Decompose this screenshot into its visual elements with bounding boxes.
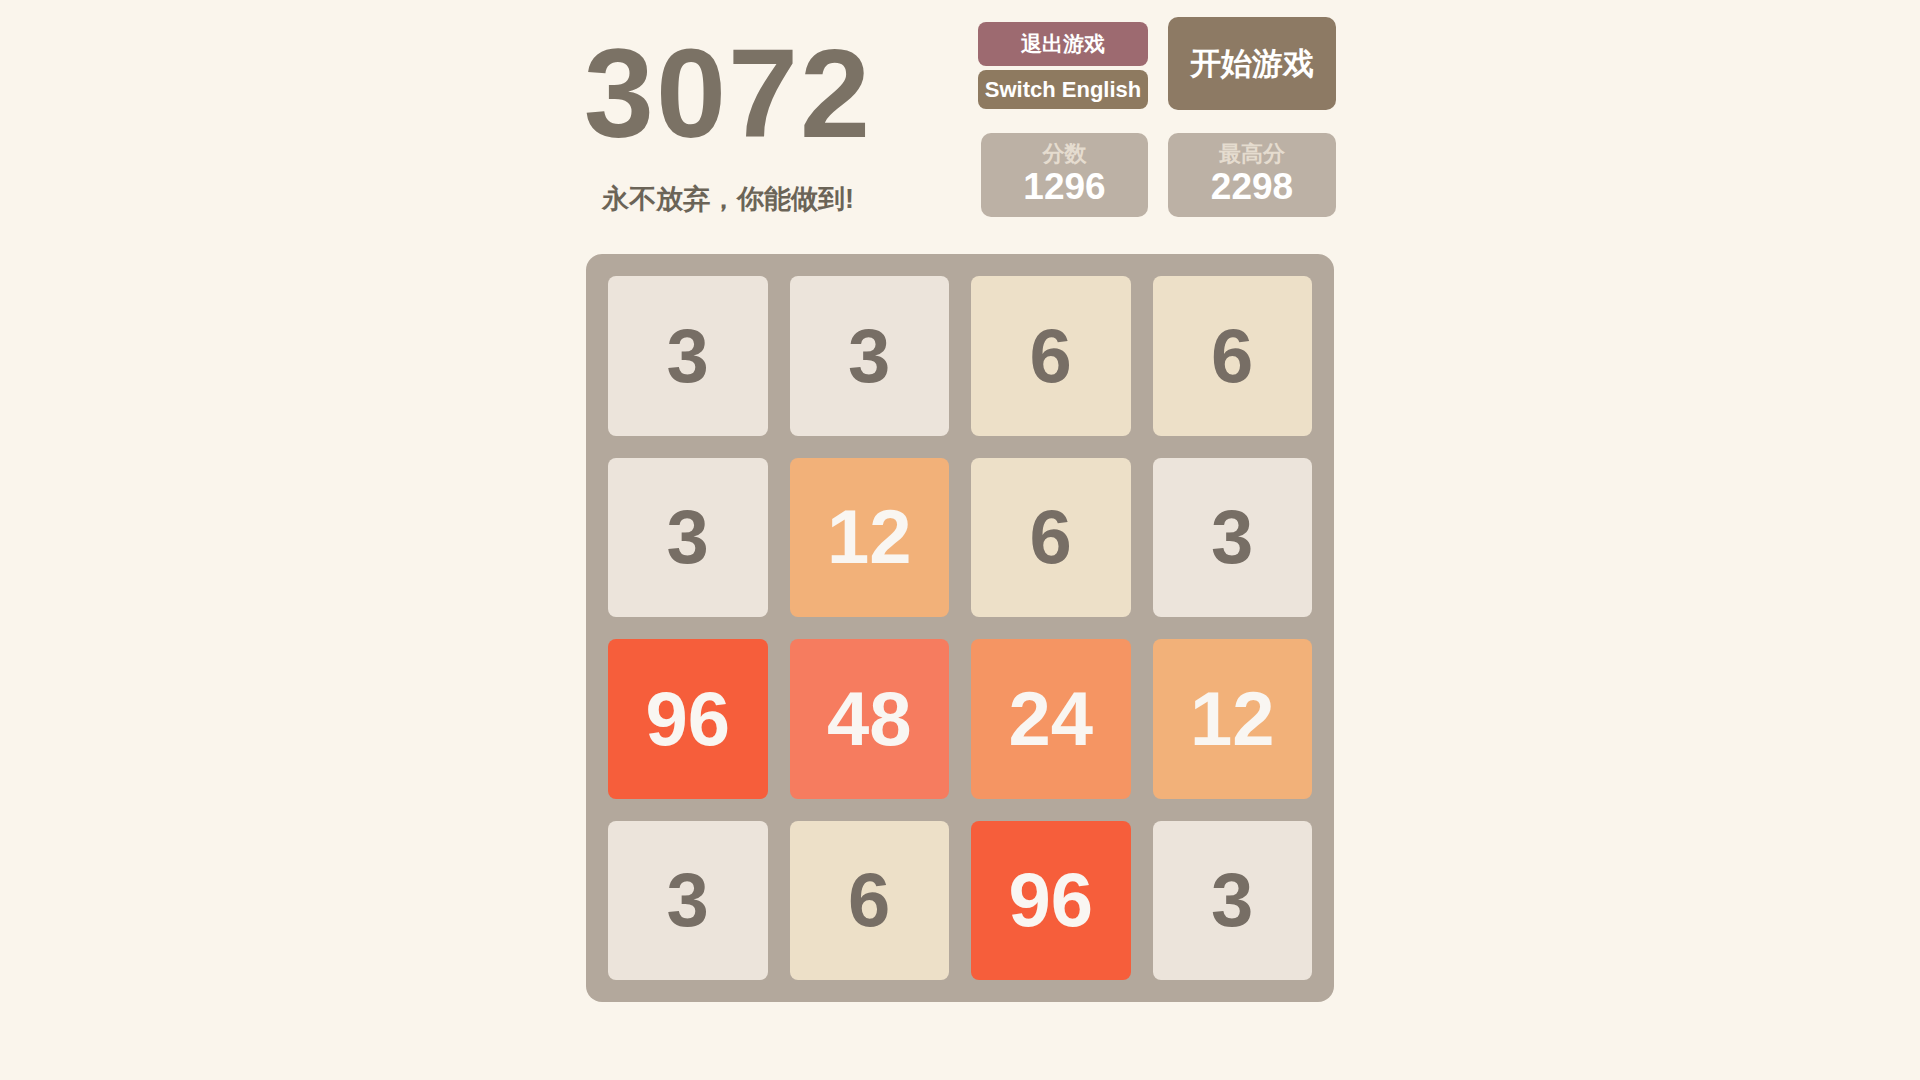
tile-r2c4-3: 3 [1153,458,1313,618]
exit-game-button[interactable]: 退出游戏 [978,22,1148,66]
tile-r4c2-6: 6 [790,821,950,981]
tile-r4c3-96: 96 [971,821,1131,981]
tile-r2c2-12: 12 [790,458,950,618]
tile-r1c1-3: 3 [608,276,768,436]
score-label: 分数 [1043,142,1087,166]
tile-r3c4-12: 12 [1153,639,1313,799]
tile-r4c1-3: 3 [608,821,768,981]
tile-r3c3-24: 24 [971,639,1131,799]
tile-r1c4-6: 6 [1153,276,1313,436]
tile-r1c3-6: 6 [971,276,1131,436]
start-game-button[interactable]: 开始游戏 [1168,17,1336,110]
best-score-value: 2298 [1211,166,1293,209]
header-title-block: 3072 永不放弃，你能做到! [528,28,928,217]
game-page: 3072 永不放弃，你能做到! 退出游戏 Switch English 开始游戏… [0,0,1920,1080]
tile-r2c3-6: 6 [971,458,1131,618]
score-box: 分数 1296 [981,133,1148,217]
motivational-subtitle: 永不放弃，你能做到! [528,181,928,217]
score-value: 1296 [1023,166,1105,209]
tile-r1c2-3: 3 [790,276,950,436]
page-title: 3072 [528,28,928,159]
switch-language-button[interactable]: Switch English [978,70,1148,109]
tile-r3c1-96: 96 [608,639,768,799]
tile-r3c2-48: 48 [790,639,950,799]
board-grid[interactable]: 3366312639648241236963 [586,254,1334,1002]
tile-r2c1-3: 3 [608,458,768,618]
best-score-label: 最高分 [1219,142,1285,166]
best-score-box: 最高分 2298 [1168,133,1336,217]
tile-r4c4-3: 3 [1153,821,1313,981]
